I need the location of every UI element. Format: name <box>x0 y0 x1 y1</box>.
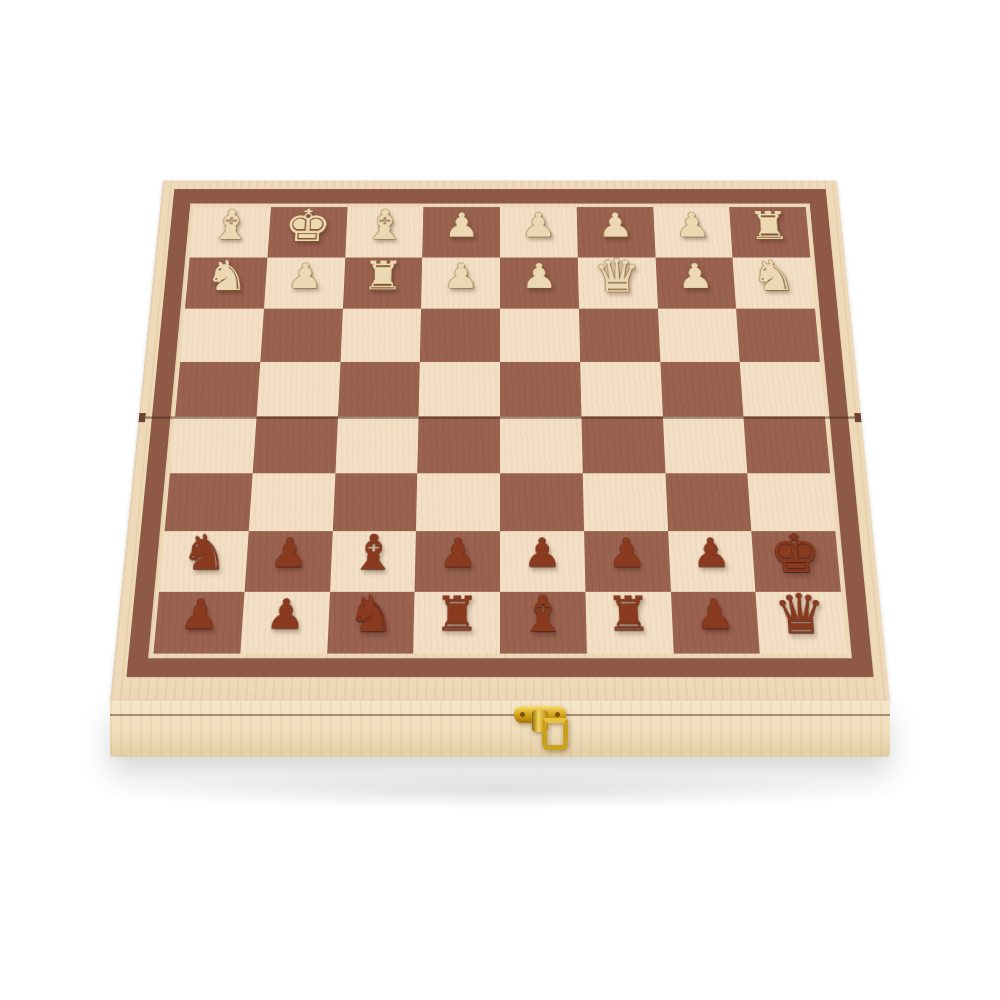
square-h4 <box>744 416 830 472</box>
square-d3 <box>416 473 500 531</box>
square-c6 <box>340 309 421 362</box>
piece-dark-pawn: ♟ <box>265 593 307 634</box>
square-f7: ♛ <box>578 257 658 308</box>
hinge-notch-left <box>138 413 145 422</box>
piece-dark-bishop: ♝ <box>349 529 398 578</box>
square-b8: ♚ <box>267 207 347 257</box>
board-border-band: ♝♚♝♟♟♟♟♜♞♟♜♟♟♛♟♞♞♟♝♟♟♟♟♚♟♟♞♜♝♜♟♛ <box>126 189 873 677</box>
piece-dark-pawn: ♟ <box>523 533 562 573</box>
square-a8: ♝ <box>190 207 271 257</box>
square-d7: ♟ <box>421 257 500 308</box>
square-e1: ♝ <box>500 591 587 653</box>
piece-dark-knight: ♞ <box>179 529 230 578</box>
square-e6 <box>500 309 580 362</box>
piece-dark-king: ♚ <box>767 527 823 580</box>
square-h8: ♜ <box>729 207 810 257</box>
square-h5 <box>740 362 825 417</box>
piece-light-pawn: ♟ <box>676 259 714 293</box>
piece-light-pawn: ♟ <box>674 209 711 242</box>
square-h7: ♞ <box>733 257 815 308</box>
square-g3 <box>665 473 752 531</box>
square-e5 <box>500 362 581 417</box>
square-h6 <box>736 309 820 362</box>
piece-light-pawn: ♟ <box>521 259 557 293</box>
square-c4 <box>335 416 419 472</box>
square-d5 <box>419 362 500 417</box>
square-c5 <box>338 362 420 417</box>
piece-light-knight: ♞ <box>203 255 250 297</box>
square-e7: ♟ <box>500 257 579 308</box>
piece-light-pawn: ♟ <box>443 259 479 293</box>
square-e3 <box>500 473 584 531</box>
piece-light-bishop: ♝ <box>362 205 407 246</box>
square-d6 <box>420 309 500 362</box>
square-a2: ♞ <box>159 531 248 591</box>
square-a3 <box>165 473 253 531</box>
square-f5 <box>580 362 662 417</box>
square-b4 <box>252 416 337 472</box>
piece-light-rook: ♜ <box>747 206 791 244</box>
clasp-hasp-loop <box>542 718 568 750</box>
board-inner-margin: ♝♚♝♟♟♟♟♜♞♟♜♟♟♛♟♞♞♟♝♟♟♟♟♚♟♟♞♜♝♜♟♛ <box>148 204 852 659</box>
piece-light-knight: ♞ <box>750 255 797 297</box>
product-photo-canvas: ♝♚♝♟♟♟♟♜♞♟♜♟♟♛♟♞♞♟♝♟♟♟♟♚♟♟♞♜♝♜♟♛ <box>0 0 1000 1000</box>
piece-light-bishop: ♝ <box>208 205 254 246</box>
piece-dark-pawn: ♟ <box>269 533 310 573</box>
square-f1: ♜ <box>585 591 673 653</box>
piece-dark-pawn: ♟ <box>178 593 221 634</box>
square-f6 <box>579 309 660 362</box>
square-c1: ♞ <box>327 591 415 653</box>
board-perspective-wrap: ♝♚♝♟♟♟♟♜♞♟♜♟♟♛♟♞♞♟♝♟♟♟♟♚♟♟♞♜♝♜♟♛ <box>110 180 890 702</box>
square-f4 <box>581 416 665 472</box>
square-a7: ♞ <box>185 257 267 308</box>
box-front-wood-grain <box>110 701 890 757</box>
box-front-edge <box>110 701 890 757</box>
piece-light-pawn: ♟ <box>286 259 324 293</box>
square-c2: ♝ <box>330 531 417 591</box>
piece-light-rook: ♜ <box>361 256 404 295</box>
piece-light-king: ♚ <box>283 203 333 247</box>
brass-clasp-latch <box>508 706 572 746</box>
square-a4 <box>170 416 256 472</box>
piece-dark-pawn: ♟ <box>438 533 477 573</box>
square-g1: ♟ <box>670 591 759 653</box>
square-c3 <box>332 473 417 531</box>
piece-dark-bishop: ♝ <box>519 589 568 639</box>
square-b5 <box>256 362 340 417</box>
board-grid: ♝♚♝♟♟♟♟♜♞♟♜♟♟♛♟♞♞♟♝♟♟♟♟♚♟♟♞♜♝♜♟♛ <box>153 207 846 653</box>
square-g8: ♟ <box>653 207 733 257</box>
square-c8: ♝ <box>345 207 424 257</box>
square-b1: ♟ <box>240 591 329 653</box>
square-a6 <box>180 309 264 362</box>
square-c7: ♜ <box>342 257 422 308</box>
piece-dark-rook: ♜ <box>605 590 652 638</box>
box-shadow <box>90 770 910 810</box>
piece-dark-pawn: ♟ <box>607 533 647 573</box>
square-d1: ♜ <box>413 591 500 653</box>
square-b6 <box>260 309 342 362</box>
piece-dark-rook: ♜ <box>434 590 480 638</box>
square-d8: ♟ <box>422 207 500 257</box>
folding-chess-box: ♝♚♝♟♟♟♟♜♞♟♜♟♟♛♟♞♞♟♝♟♟♟♟♚♟♟♞♜♝♜♟♛ <box>110 74 890 757</box>
square-g7: ♟ <box>655 257 736 308</box>
square-g5 <box>660 362 744 417</box>
square-f2: ♟ <box>584 531 671 591</box>
square-g4 <box>662 416 747 472</box>
piece-dark-knight: ♞ <box>346 589 396 639</box>
square-e8: ♟ <box>500 207 578 257</box>
square-d4 <box>417 416 500 472</box>
square-b7: ♟ <box>264 257 345 308</box>
square-a1: ♟ <box>153 591 244 653</box>
square-f3 <box>583 473 668 531</box>
square-e2: ♟ <box>500 531 585 591</box>
piece-light-pawn: ♟ <box>597 209 633 242</box>
chess-board: ♝♚♝♟♟♟♟♜♞♟♜♟♟♛♟♞♞♟♝♟♟♟♟♚♟♟♞♜♝♜♟♛ <box>110 180 890 702</box>
clasp-screw-right <box>555 712 560 717</box>
piece-dark-pawn: ♟ <box>690 533 731 573</box>
square-g6 <box>658 309 740 362</box>
piece-dark-queen: ♛ <box>772 587 829 642</box>
piece-dark-pawn: ♟ <box>694 593 736 634</box>
square-h1: ♛ <box>756 591 847 653</box>
square-g2: ♟ <box>668 531 756 591</box>
piece-light-queen: ♛ <box>592 253 641 299</box>
piece-light-pawn: ♟ <box>521 209 557 242</box>
square-a5 <box>175 362 260 417</box>
square-e4 <box>500 416 583 472</box>
square-b2: ♟ <box>244 531 332 591</box>
hinge-notch-right <box>854 413 861 422</box>
board-fold-seam <box>139 416 861 418</box>
clasp-screw-left <box>520 712 525 717</box>
piece-light-pawn: ♟ <box>444 209 480 242</box>
box-lid-seam <box>110 714 890 716</box>
square-b3 <box>248 473 335 531</box>
square-d2: ♟ <box>415 531 500 591</box>
